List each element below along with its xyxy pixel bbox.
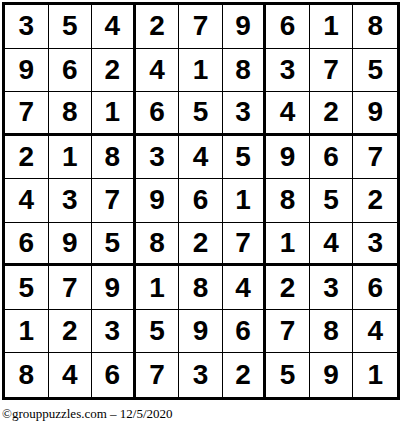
- cell-r3c2[interactable]: 8: [49, 92, 93, 136]
- cell-r1c7[interactable]: 6: [266, 5, 310, 49]
- cell-r7c6[interactable]: 4: [223, 266, 267, 310]
- cell-r3c6[interactable]: 3: [223, 92, 267, 136]
- cell-r1c1[interactable]: 3: [5, 5, 49, 49]
- cell-r3c7[interactable]: 4: [266, 92, 310, 136]
- cell-r5c5[interactable]: 6: [179, 179, 223, 223]
- cell-r3c9[interactable]: 9: [353, 92, 397, 136]
- cell-r9c6[interactable]: 2: [223, 353, 267, 397]
- cell-r1c8[interactable]: 1: [310, 5, 354, 49]
- cell-r9c3[interactable]: 6: [92, 353, 136, 397]
- cell-r7c8[interactable]: 3: [310, 266, 354, 310]
- cell-r4c9[interactable]: 7: [353, 136, 397, 180]
- cell-r3c5[interactable]: 5: [179, 92, 223, 136]
- cell-r5c3[interactable]: 7: [92, 179, 136, 223]
- cell-r1c6[interactable]: 9: [223, 5, 267, 49]
- cell-r5c9[interactable]: 2: [353, 179, 397, 223]
- cell-r4c1[interactable]: 2: [5, 136, 49, 180]
- cell-r9c1[interactable]: 8: [5, 353, 49, 397]
- cell-r9c8[interactable]: 9: [310, 353, 354, 397]
- cell-r2c5[interactable]: 1: [179, 49, 223, 93]
- cell-r9c7[interactable]: 5: [266, 353, 310, 397]
- cell-r8c1[interactable]: 1: [5, 310, 49, 354]
- cell-r2c2[interactable]: 6: [49, 49, 93, 93]
- cell-r8c2[interactable]: 2: [49, 310, 93, 354]
- cell-r1c5[interactable]: 7: [179, 5, 223, 49]
- cell-r1c3[interactable]: 4: [92, 5, 136, 49]
- cell-r6c6[interactable]: 7: [223, 223, 267, 267]
- sudoku-page: 3542796189624183757816534292183459674379…: [0, 0, 402, 424]
- cell-r8c3[interactable]: 3: [92, 310, 136, 354]
- cell-r5c4[interactable]: 9: [136, 179, 180, 223]
- cell-r9c2[interactable]: 4: [49, 353, 93, 397]
- attribution-text: ©grouppuzzles.com – 12/5/2020: [2, 406, 173, 422]
- cell-r2c6[interactable]: 8: [223, 49, 267, 93]
- cell-r5c7[interactable]: 8: [266, 179, 310, 223]
- cell-r9c4[interactable]: 7: [136, 353, 180, 397]
- cell-r8c8[interactable]: 8: [310, 310, 354, 354]
- cell-r7c2[interactable]: 7: [49, 266, 93, 310]
- cell-r2c1[interactable]: 9: [5, 49, 49, 93]
- cell-r5c6[interactable]: 1: [223, 179, 267, 223]
- cell-r8c6[interactable]: 6: [223, 310, 267, 354]
- cell-r6c2[interactable]: 9: [49, 223, 93, 267]
- cell-r7c4[interactable]: 1: [136, 266, 180, 310]
- cell-r3c8[interactable]: 2: [310, 92, 354, 136]
- cell-r8c9[interactable]: 4: [353, 310, 397, 354]
- cell-r1c9[interactable]: 8: [353, 5, 397, 49]
- cell-r8c5[interactable]: 9: [179, 310, 223, 354]
- cell-r4c7[interactable]: 9: [266, 136, 310, 180]
- cell-r3c1[interactable]: 7: [5, 92, 49, 136]
- cell-r7c9[interactable]: 6: [353, 266, 397, 310]
- cell-r4c8[interactable]: 6: [310, 136, 354, 180]
- cell-r5c8[interactable]: 5: [310, 179, 354, 223]
- cell-r1c2[interactable]: 5: [49, 5, 93, 49]
- cell-r6c3[interactable]: 5: [92, 223, 136, 267]
- cell-r6c4[interactable]: 8: [136, 223, 180, 267]
- cell-r9c9[interactable]: 1: [353, 353, 397, 397]
- cell-r5c1[interactable]: 4: [5, 179, 49, 223]
- cell-r5c2[interactable]: 3: [49, 179, 93, 223]
- cell-r6c1[interactable]: 6: [5, 223, 49, 267]
- cell-r6c7[interactable]: 1: [266, 223, 310, 267]
- cell-r7c7[interactable]: 2: [266, 266, 310, 310]
- cell-r6c8[interactable]: 4: [310, 223, 354, 267]
- cell-r2c8[interactable]: 7: [310, 49, 354, 93]
- cell-r3c4[interactable]: 6: [136, 92, 180, 136]
- cell-r8c7[interactable]: 7: [266, 310, 310, 354]
- cell-r2c7[interactable]: 3: [266, 49, 310, 93]
- cell-r4c5[interactable]: 4: [179, 136, 223, 180]
- cell-r1c4[interactable]: 2: [136, 5, 180, 49]
- cell-r3c3[interactable]: 1: [92, 92, 136, 136]
- cell-r4c4[interactable]: 3: [136, 136, 180, 180]
- sudoku-board: 3542796189624183757816534292183459674379…: [2, 2, 400, 400]
- cell-r6c5[interactable]: 2: [179, 223, 223, 267]
- cell-r9c5[interactable]: 3: [179, 353, 223, 397]
- cell-r2c3[interactable]: 2: [92, 49, 136, 93]
- cell-r2c9[interactable]: 5: [353, 49, 397, 93]
- cell-r6c9[interactable]: 3: [353, 223, 397, 267]
- cell-r4c3[interactable]: 8: [92, 136, 136, 180]
- cell-r7c1[interactable]: 5: [5, 266, 49, 310]
- cell-r2c4[interactable]: 4: [136, 49, 180, 93]
- cell-r8c4[interactable]: 5: [136, 310, 180, 354]
- cell-r4c6[interactable]: 5: [223, 136, 267, 180]
- cell-r4c2[interactable]: 1: [49, 136, 93, 180]
- cell-r7c5[interactable]: 8: [179, 266, 223, 310]
- cell-r7c3[interactable]: 9: [92, 266, 136, 310]
